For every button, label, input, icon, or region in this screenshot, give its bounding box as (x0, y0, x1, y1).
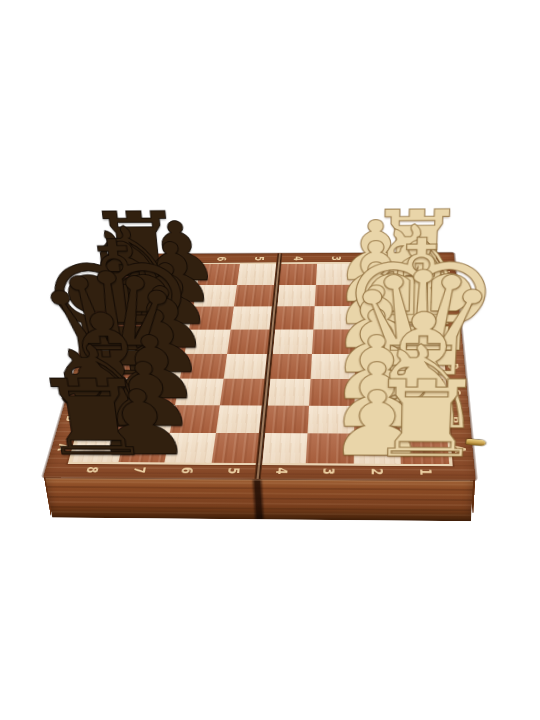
pieces-layer: ♜♞♝♚♛♝♞♜♟♟♟♟♟♟♟♟♟♟♟♟♟♟♟♟♜♞♝♚♛♝♞♜ (43, 253, 475, 481)
chess-board: HHGGFFEEDDCCBBAA8877665544332211 ♜♞♝♚♛♝♞… (43, 253, 475, 481)
white-rook-glyph: ♜ (254, 366, 540, 473)
product-photo-canvas: HHGGFFEEDDCCBBAA8877665544332211 ♜♞♝♚♛♝♞… (0, 0, 540, 720)
box-front-side (45, 477, 473, 521)
perspective-scene: HHGGFFEEDDCCBBAA8877665544332211 ♜♞♝♚♛♝♞… (0, 0, 540, 720)
